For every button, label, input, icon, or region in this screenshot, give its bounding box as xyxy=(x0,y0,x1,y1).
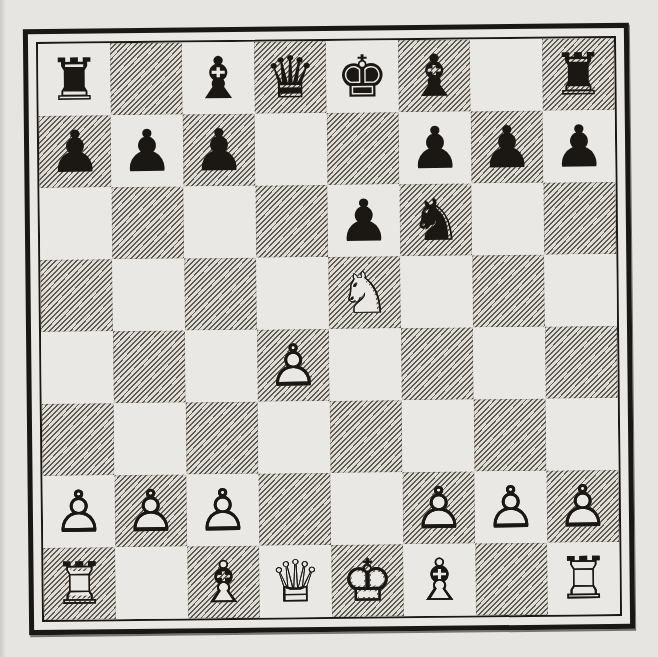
white-rook: ♜♖ xyxy=(547,542,620,615)
black-pawn-glyph: ♟ xyxy=(481,113,534,182)
square-h4[interactable] xyxy=(545,326,618,399)
square-d4[interactable]: ♟♙ xyxy=(257,329,330,402)
square-g1[interactable] xyxy=(475,543,548,616)
white-bishop-glyph: ♗ xyxy=(413,546,466,615)
square-c1[interactable]: ♝♗ xyxy=(187,546,260,619)
square-g4[interactable] xyxy=(473,327,546,400)
square-g7[interactable]: ♟ xyxy=(471,111,544,184)
square-b3[interactable] xyxy=(114,403,187,476)
square-b5[interactable] xyxy=(112,259,185,332)
square-f1[interactable]: ♝♗ xyxy=(403,543,476,616)
black-rook-glyph: ♜ xyxy=(48,45,101,114)
square-g2[interactable]: ♟♙ xyxy=(475,471,548,544)
white-rook: ♜♖ xyxy=(43,547,116,620)
square-b7[interactable]: ♟ xyxy=(111,115,184,188)
black-pawn-glyph: ♟ xyxy=(553,112,606,181)
square-f7[interactable]: ♟ xyxy=(399,112,472,185)
white-pawn-glyph: ♙ xyxy=(557,472,610,541)
black-pawn: ♟ xyxy=(183,114,256,187)
chess-board-inner-frame: ♜♝♛♚♝♜♟♟♟♟♟♟♟♞♞♘♟♙♟♙♟♙♟♙♟♙♟♙♟♙♜♖♝♗♛♕♚♔♝♗… xyxy=(36,36,622,622)
white-king-glyph: ♔ xyxy=(341,546,394,615)
chess-board-outer-frame: ♜♝♛♚♝♜♟♟♟♟♟♟♟♞♞♘♟♙♟♙♟♙♟♙♟♙♟♙♟♙♜♖♝♗♛♕♚♔♝♗… xyxy=(23,23,635,635)
black-bishop-glyph: ♝ xyxy=(408,42,461,111)
black-pawn-glyph: ♟ xyxy=(121,117,174,186)
square-h1[interactable]: ♜♖ xyxy=(547,542,620,615)
black-bishop: ♝ xyxy=(398,40,471,113)
white-pawn-glyph: ♙ xyxy=(197,476,250,545)
square-c4[interactable] xyxy=(185,330,258,403)
square-g6[interactable] xyxy=(471,183,544,256)
white-bishop-glyph: ♗ xyxy=(197,548,250,617)
white-knight-glyph: ♘ xyxy=(338,258,391,327)
black-king-glyph: ♚ xyxy=(336,42,389,111)
square-c5[interactable] xyxy=(184,258,257,331)
white-knight: ♞♘ xyxy=(328,256,401,329)
square-e6[interactable]: ♟ xyxy=(327,184,400,257)
white-pawn-glyph: ♙ xyxy=(267,331,320,400)
black-pawn: ♟ xyxy=(471,111,544,184)
square-d5[interactable] xyxy=(256,257,329,330)
black-pawn: ♟ xyxy=(543,110,616,183)
square-a5[interactable] xyxy=(40,259,113,332)
square-g8[interactable] xyxy=(470,39,543,112)
black-pawn-glyph: ♟ xyxy=(338,186,391,255)
black-pawn-glyph: ♟ xyxy=(193,116,246,185)
square-d7[interactable] xyxy=(255,113,328,186)
square-a7[interactable]: ♟ xyxy=(39,115,112,188)
white-pawn: ♟♙ xyxy=(115,475,188,548)
square-h2[interactable]: ♟♙ xyxy=(546,470,619,543)
black-rook-glyph: ♜ xyxy=(552,40,605,109)
square-h6[interactable] xyxy=(543,182,616,255)
black-pawn-glyph: ♟ xyxy=(409,114,462,183)
black-pawn: ♟ xyxy=(39,115,112,188)
black-knight-glyph: ♞ xyxy=(410,186,463,255)
white-queen: ♛♕ xyxy=(259,545,332,618)
square-h7[interactable]: ♟ xyxy=(543,110,616,183)
black-king: ♚ xyxy=(326,40,399,113)
square-a1[interactable]: ♜♖ xyxy=(43,547,116,620)
square-e2[interactable] xyxy=(331,472,404,545)
square-c2[interactable]: ♟♙ xyxy=(187,474,260,547)
square-e3[interactable] xyxy=(330,400,403,473)
white-pawn: ♟♙ xyxy=(257,329,330,402)
square-b4[interactable] xyxy=(113,331,186,404)
square-d8[interactable]: ♛ xyxy=(254,41,327,114)
black-pawn-glyph: ♟ xyxy=(49,117,102,186)
square-g3[interactable] xyxy=(474,399,547,472)
black-bishop: ♝ xyxy=(182,42,255,115)
square-c7[interactable]: ♟ xyxy=(183,114,256,187)
square-b1[interactable] xyxy=(115,546,188,619)
square-a6[interactable] xyxy=(40,187,113,260)
square-d3[interactable] xyxy=(258,401,331,474)
square-a3[interactable] xyxy=(42,403,115,476)
square-h3[interactable] xyxy=(546,398,619,471)
white-king: ♚♔ xyxy=(331,544,404,617)
white-queen-glyph: ♕ xyxy=(269,547,322,616)
square-a8[interactable]: ♜ xyxy=(38,43,111,116)
square-e7[interactable] xyxy=(327,112,400,185)
square-f3[interactable] xyxy=(402,399,475,472)
white-pawn-glyph: ♙ xyxy=(53,477,106,546)
square-a2[interactable]: ♟♙ xyxy=(43,475,116,548)
black-queen: ♛ xyxy=(254,41,327,114)
black-bishop-glyph: ♝ xyxy=(192,44,245,113)
white-pawn: ♟♙ xyxy=(43,475,116,548)
square-f2[interactable]: ♟♙ xyxy=(403,471,476,544)
square-f8[interactable]: ♝ xyxy=(398,40,471,113)
white-pawn-glyph: ♙ xyxy=(125,477,178,546)
square-a4[interactable] xyxy=(41,331,114,404)
white-bishop: ♝♗ xyxy=(403,543,476,616)
square-h5[interactable] xyxy=(544,254,617,327)
square-d1[interactable]: ♛♕ xyxy=(259,545,332,618)
square-f4[interactable] xyxy=(401,327,474,400)
square-c6[interactable] xyxy=(183,186,256,259)
square-g5[interactable] xyxy=(472,255,545,328)
white-bishop: ♝♗ xyxy=(187,546,260,619)
square-e1[interactable]: ♚♔ xyxy=(331,544,404,617)
square-b6[interactable] xyxy=(112,187,185,260)
black-pawn: ♟ xyxy=(399,112,472,185)
white-pawn-glyph: ♙ xyxy=(485,473,538,542)
white-rook-glyph: ♖ xyxy=(557,544,610,613)
black-rook: ♜ xyxy=(38,43,111,116)
square-b2[interactable]: ♟♙ xyxy=(115,475,188,548)
white-rook-glyph: ♖ xyxy=(53,549,106,618)
square-h8[interactable]: ♜ xyxy=(542,38,615,111)
square-f5[interactable] xyxy=(400,255,473,328)
white-pawn: ♟♙ xyxy=(546,470,619,543)
chess-board: ♜♝♛♚♝♜♟♟♟♟♟♟♟♞♞♘♟♙♟♙♟♙♟♙♟♙♟♙♟♙♜♖♝♗♛♕♚♔♝♗… xyxy=(38,38,620,620)
square-e5[interactable]: ♞♘ xyxy=(328,256,401,329)
black-queen-glyph: ♛ xyxy=(264,43,317,112)
black-pawn: ♟ xyxy=(327,184,400,257)
square-e8[interactable]: ♚ xyxy=(326,40,399,113)
square-d2[interactable] xyxy=(259,473,332,546)
white-pawn: ♟♙ xyxy=(403,471,476,544)
square-c8[interactable]: ♝ xyxy=(182,42,255,115)
square-b8[interactable] xyxy=(110,43,183,116)
square-e4[interactable] xyxy=(329,328,402,401)
square-c3[interactable] xyxy=(186,402,259,475)
square-d6[interactable] xyxy=(255,185,328,258)
black-knight: ♞ xyxy=(399,183,472,256)
black-pawn: ♟ xyxy=(111,115,184,188)
white-pawn: ♟♙ xyxy=(187,474,260,547)
board-wrapper: ♜♝♛♚♝♜♟♟♟♟♟♟♟♞♞♘♟♙♟♙♟♙♟♙♟♙♟♙♟♙♜♖♝♗♛♕♚♔♝♗… xyxy=(0,0,658,632)
square-f6[interactable]: ♞ xyxy=(399,183,472,256)
black-rook: ♜ xyxy=(542,38,615,111)
white-pawn: ♟♙ xyxy=(475,471,548,544)
paper-background: ♜♝♛♚♝♜♟♟♟♟♟♟♟♞♞♘♟♙♟♙♟♙♟♙♟♙♟♙♟♙♜♖♝♗♛♕♚♔♝♗… xyxy=(0,0,658,657)
white-pawn-glyph: ♙ xyxy=(413,474,466,543)
